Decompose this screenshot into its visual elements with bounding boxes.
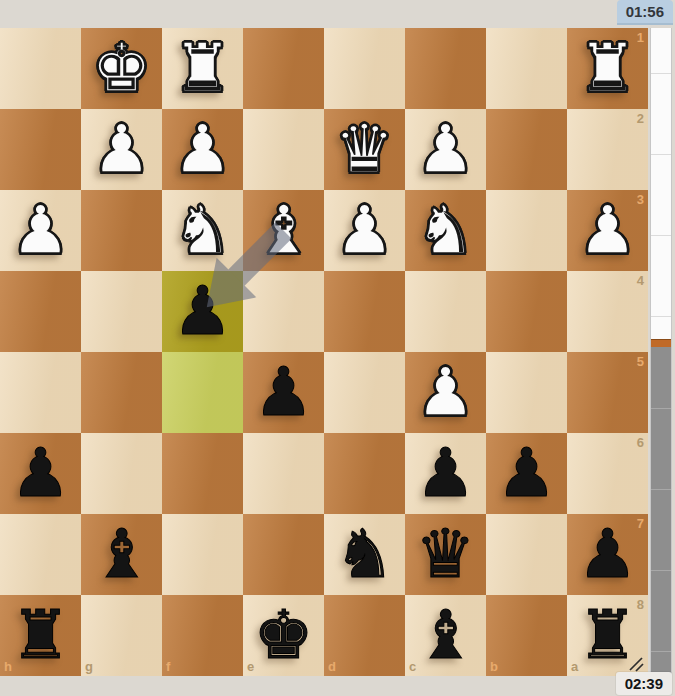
square-h7[interactable] — [0, 514, 81, 595]
player-clock-time: 02:39 — [625, 675, 663, 692]
square-c5[interactable]: ♟ — [405, 352, 486, 433]
square-f3[interactable]: ♞ — [162, 190, 243, 271]
piece-black-pawn[interactable]: ♟ — [243, 352, 324, 433]
player-clock: 02:39 — [616, 672, 672, 695]
opponent-clock-time: 01:56 — [626, 3, 664, 20]
file-label-g: g — [85, 660, 93, 673]
side-panel-scrollbar — [650, 28, 672, 676]
rank-label-5: 5 — [637, 355, 644, 368]
square-f8[interactable]: f — [162, 595, 243, 676]
square-b1[interactable] — [486, 28, 567, 109]
piece-white-knight[interactable]: ♞ — [162, 190, 243, 271]
square-d7[interactable]: ♞ — [324, 514, 405, 595]
square-a6[interactable]: 6 — [567, 433, 648, 514]
square-e6[interactable] — [243, 433, 324, 514]
square-g7[interactable]: ♝ — [81, 514, 162, 595]
square-h4[interactable] — [0, 271, 81, 352]
piece-black-bishop[interactable]: ♝ — [405, 595, 486, 676]
board-resize-handle-icon[interactable] — [627, 655, 644, 672]
square-g4[interactable] — [81, 271, 162, 352]
square-e5[interactable]: ♟ — [243, 352, 324, 433]
panel-divider-line — [651, 489, 671, 490]
square-e2[interactable] — [243, 109, 324, 190]
square-g6[interactable] — [81, 433, 162, 514]
square-f1[interactable]: ♜ — [162, 28, 243, 109]
piece-white-queen[interactable]: ♛ — [324, 109, 405, 190]
piece-white-pawn[interactable]: ♟ — [405, 352, 486, 433]
square-d1[interactable] — [324, 28, 405, 109]
piece-black-pawn[interactable]: ♟ — [567, 514, 648, 595]
square-a3[interactable]: 3♟ — [567, 190, 648, 271]
square-d6[interactable] — [324, 433, 405, 514]
panel-divider-line — [651, 570, 671, 571]
piece-white-rook[interactable]: ♜ — [162, 28, 243, 109]
opponent-clock: 01:56 — [617, 0, 673, 25]
rank-label-6: 6 — [637, 436, 644, 449]
square-h1[interactable] — [0, 28, 81, 109]
piece-white-rook[interactable]: ♜ — [567, 28, 648, 109]
piece-black-pawn[interactable]: ♟ — [162, 271, 243, 352]
piece-black-knight[interactable]: ♞ — [324, 514, 405, 595]
square-b4[interactable] — [486, 271, 567, 352]
square-b2[interactable] — [486, 109, 567, 190]
square-b5[interactable] — [486, 352, 567, 433]
square-a7[interactable]: 7♟ — [567, 514, 648, 595]
square-d8[interactable]: d — [324, 595, 405, 676]
piece-black-king[interactable]: ♚ — [243, 595, 324, 676]
square-c3[interactable]: ♞ — [405, 190, 486, 271]
square-g2[interactable]: ♟ — [81, 109, 162, 190]
square-e4[interactable] — [243, 271, 324, 352]
square-a4[interactable]: 4 — [567, 271, 648, 352]
square-h8[interactable]: h♜ — [0, 595, 81, 676]
square-c1[interactable] — [405, 28, 486, 109]
square-e1[interactable] — [243, 28, 324, 109]
square-d3[interactable]: ♟ — [324, 190, 405, 271]
piece-white-pawn[interactable]: ♟ — [567, 190, 648, 271]
square-d5[interactable] — [324, 352, 405, 433]
app-background: 01:56 ♚♜1♜♟♟♛♟2♟♞♝♟♞3♟♟4♟♟5♟♟♟6♝♞♛7♟h♜gf… — [0, 0, 675, 696]
rank-label-4: 4 — [637, 274, 644, 287]
square-f2[interactable]: ♟ — [162, 109, 243, 190]
square-a1[interactable]: 1♜ — [567, 28, 648, 109]
piece-black-pawn[interactable]: ♟ — [486, 433, 567, 514]
square-f5[interactable] — [162, 352, 243, 433]
square-d4[interactable] — [324, 271, 405, 352]
panel-accent-divider — [651, 339, 671, 347]
square-e8[interactable]: e♚ — [243, 595, 324, 676]
piece-white-pawn[interactable]: ♟ — [162, 109, 243, 190]
piece-white-pawn[interactable]: ♟ — [405, 109, 486, 190]
piece-black-rook[interactable]: ♜ — [0, 595, 81, 676]
square-h2[interactable] — [0, 109, 81, 190]
piece-white-king[interactable]: ♚ — [81, 28, 162, 109]
square-b6[interactable]: ♟ — [486, 433, 567, 514]
square-b7[interactable] — [486, 514, 567, 595]
piece-white-pawn[interactable]: ♟ — [0, 190, 81, 271]
file-label-f: f — [166, 660, 170, 673]
square-f7[interactable] — [162, 514, 243, 595]
square-c4[interactable] — [405, 271, 486, 352]
square-g8[interactable]: g — [81, 595, 162, 676]
panel-divider-line — [651, 651, 671, 652]
square-f6[interactable] — [162, 433, 243, 514]
square-a2[interactable]: 2 — [567, 109, 648, 190]
square-c8[interactable]: c♝ — [405, 595, 486, 676]
square-h3[interactable]: ♟ — [0, 190, 81, 271]
square-g5[interactable] — [81, 352, 162, 433]
file-label-d: d — [328, 660, 336, 673]
square-h5[interactable] — [0, 352, 81, 433]
square-b3[interactable] — [486, 190, 567, 271]
chess-board[interactable]: ♚♜1♜♟♟♛♟2♟♞♝♟♞3♟♟4♟♟5♟♟♟6♝♞♛7♟h♜gfe♚dc♝b… — [0, 28, 648, 676]
rank-label-2: 2 — [637, 112, 644, 125]
piece-white-knight[interactable]: ♞ — [405, 190, 486, 271]
panel-divider-line — [651, 73, 671, 74]
piece-white-pawn[interactable]: ♟ — [324, 190, 405, 271]
square-e3[interactable]: ♝ — [243, 190, 324, 271]
board-area: ♚♜1♜♟♟♛♟2♟♞♝♟♞3♟♟4♟♟5♟♟♟6♝♞♛7♟h♜gfe♚dc♝b… — [0, 28, 648, 676]
panel-divider-line — [651, 316, 671, 317]
piece-black-pawn[interactable]: ♟ — [405, 433, 486, 514]
square-h6[interactable]: ♟ — [0, 433, 81, 514]
square-d2[interactable]: ♛ — [324, 109, 405, 190]
square-e7[interactable] — [243, 514, 324, 595]
piece-black-pawn[interactable]: ♟ — [0, 433, 81, 514]
piece-white-bishop[interactable]: ♝ — [243, 190, 324, 271]
square-g1[interactable]: ♚ — [81, 28, 162, 109]
piece-black-bishop[interactable]: ♝ — [81, 514, 162, 595]
square-c2[interactable]: ♟ — [405, 109, 486, 190]
panel-divider-line — [651, 154, 671, 155]
square-f4[interactable]: ♟ — [162, 271, 243, 352]
panel-divider-line — [651, 235, 671, 236]
file-label-b: b — [490, 660, 498, 673]
piece-black-queen[interactable]: ♛ — [405, 514, 486, 595]
scrollbar-thumb[interactable] — [651, 347, 671, 675]
piece-white-pawn[interactable]: ♟ — [81, 109, 162, 190]
square-g3[interactable] — [81, 190, 162, 271]
square-c6[interactable]: ♟ — [405, 433, 486, 514]
square-a5[interactable]: 5 — [567, 352, 648, 433]
panel-divider-line — [651, 408, 671, 409]
square-b8[interactable]: b — [486, 595, 567, 676]
square-c7[interactable]: ♛ — [405, 514, 486, 595]
